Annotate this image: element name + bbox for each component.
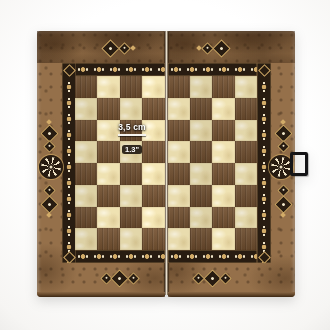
square-d8 <box>142 76 164 98</box>
square-a7 <box>75 98 97 120</box>
diamond-inlay-icon <box>271 120 295 151</box>
inlay-border-left <box>62 63 76 263</box>
photo-background: 3,5 cm 1.3" <box>0 0 330 330</box>
square-size-imperial: 1.3" <box>122 145 142 154</box>
board-side-edge <box>37 292 165 297</box>
square-c8 <box>120 76 142 98</box>
square-c1 <box>120 228 142 250</box>
diamond-inlay-icon <box>168 37 258 59</box>
square-h6 <box>235 120 257 142</box>
square-f2 <box>190 207 212 229</box>
measure-line <box>118 134 146 136</box>
diamond-inlay-icon <box>271 186 295 217</box>
board-half-left <box>37 31 165 297</box>
square-a5 <box>75 141 97 163</box>
square-a3 <box>75 185 97 207</box>
diamond-inlay-icon <box>75 37 165 59</box>
square-g1 <box>212 228 234 250</box>
diamond-inlay-icon <box>37 120 61 151</box>
square-e4 <box>168 163 190 185</box>
square-g6 <box>212 120 234 142</box>
square-h3 <box>235 185 257 207</box>
square-f8 <box>190 76 212 98</box>
square-e6 <box>168 120 190 142</box>
square-b8 <box>97 76 119 98</box>
square-f3 <box>190 185 212 207</box>
square-b3 <box>97 185 119 207</box>
square-c4 <box>120 163 142 185</box>
square-a8 <box>75 76 97 98</box>
square-e7 <box>168 98 190 120</box>
square-h5 <box>235 141 257 163</box>
square-size-metric: 3,5 cm <box>118 123 146 132</box>
square-f6 <box>190 120 212 142</box>
squares-left <box>75 76 165 250</box>
square-e5 <box>168 141 190 163</box>
square-b7 <box>97 98 119 120</box>
square-size-label: 3,5 cm 1.3" <box>118 123 146 156</box>
diamond-inlay-icon <box>168 268 258 288</box>
square-a1 <box>75 228 97 250</box>
square-g5 <box>212 141 234 163</box>
square-g7 <box>212 98 234 120</box>
diamond-icon <box>118 42 131 55</box>
square-e8 <box>168 76 190 98</box>
square-a2 <box>75 207 97 229</box>
diamond-inlay-icon <box>37 186 61 217</box>
square-f5 <box>190 141 212 163</box>
square-g2 <box>212 207 234 229</box>
clasp-latch <box>290 152 308 176</box>
square-e1 <box>168 228 190 250</box>
square-e2 <box>168 207 190 229</box>
squares-right <box>168 76 258 250</box>
square-d7 <box>142 98 164 120</box>
square-b5 <box>97 141 119 163</box>
square-d4 <box>142 163 164 185</box>
inlay-border-top <box>168 63 258 76</box>
rosette-inlay-icon <box>39 155 63 179</box>
square-g3 <box>212 185 234 207</box>
diamond-icon <box>130 45 136 51</box>
square-b6 <box>97 120 119 142</box>
square-d3 <box>142 185 164 207</box>
square-c2 <box>120 207 142 229</box>
square-h2 <box>235 207 257 229</box>
inlay-border-bottom <box>75 250 165 263</box>
square-h7 <box>235 98 257 120</box>
square-a4 <box>75 163 97 185</box>
square-g4 <box>212 163 234 185</box>
square-f1 <box>190 228 212 250</box>
square-h4 <box>235 163 257 185</box>
square-e3 <box>168 185 190 207</box>
diamond-inlay-icon <box>75 268 165 288</box>
square-c7 <box>120 98 142 120</box>
square-b1 <box>97 228 119 250</box>
square-g8 <box>212 76 234 98</box>
square-h1 <box>235 228 257 250</box>
inlay-border-top <box>75 63 165 76</box>
square-h8 <box>235 76 257 98</box>
square-b2 <box>97 207 119 229</box>
square-d1 <box>142 228 164 250</box>
square-d2 <box>142 207 164 229</box>
square-c3 <box>120 185 142 207</box>
inlay-border-bottom <box>168 250 258 263</box>
square-f7 <box>190 98 212 120</box>
chess-board: 3,5 cm 1.3" <box>37 31 295 297</box>
square-f4 <box>190 163 212 185</box>
board-side-edge <box>168 292 296 297</box>
square-a6 <box>75 120 97 142</box>
square-b4 <box>97 163 119 185</box>
board-half-right <box>168 31 296 297</box>
